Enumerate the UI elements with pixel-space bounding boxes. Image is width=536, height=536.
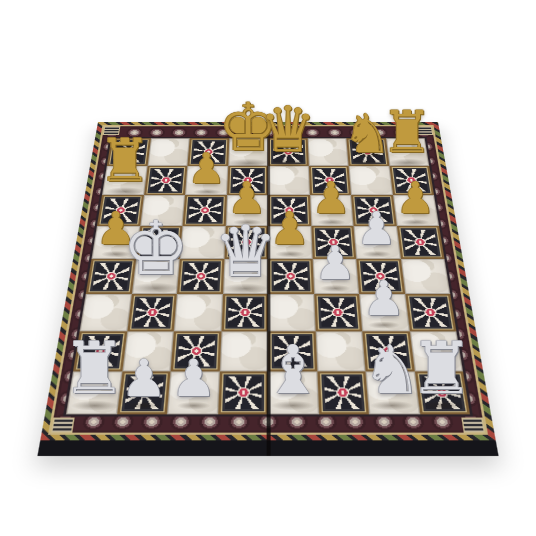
square-b8[interactable] <box>147 138 190 166</box>
corner-ornament <box>51 418 75 433</box>
chess-piece-glyph: ♟ <box>362 276 405 322</box>
square-b3[interactable] <box>127 294 177 331</box>
square-f3[interactable] <box>314 294 363 331</box>
square-d1[interactable] <box>217 371 268 414</box>
piece-silver-pawn-f4[interactable]: ♟ <box>314 241 356 285</box>
chess-piece-glyph: ♜ <box>98 132 151 188</box>
piece-silver-pawn-b1[interactable]: ♟ <box>121 354 167 403</box>
square-e7[interactable] <box>268 166 309 195</box>
chess-piece-glyph: ♛ <box>260 100 316 160</box>
piece-gold-pawn-c7[interactable]: ♟ <box>188 148 226 188</box>
piece-silver-pawn-c1[interactable]: ♟ <box>170 354 216 403</box>
chess-piece-glyph: ♟ <box>314 241 356 285</box>
chess-piece-glyph: ♟ <box>188 148 226 188</box>
chess-piece-glyph: ♟ <box>312 177 351 219</box>
chess-piece-glyph: ♜ <box>409 334 474 403</box>
piece-silver-rook-a1[interactable]: ♜ <box>62 334 127 403</box>
square-h5[interactable] <box>396 226 444 259</box>
chess-piece-glyph: ♟ <box>356 208 396 251</box>
chess-piece-glyph: ♝ <box>263 339 323 403</box>
piece-silver-king-b4[interactable]: ♚ <box>123 215 190 286</box>
square-d2[interactable] <box>219 331 268 371</box>
chess-piece-glyph: ♛ <box>214 218 278 285</box>
piece-gold-rook-h8[interactable]: ♜ <box>381 105 433 160</box>
piece-silver-bishop-e1[interactable]: ♝ <box>263 339 323 403</box>
piece-silver-pawn-g5[interactable]: ♟ <box>356 208 396 251</box>
square-e3[interactable] <box>268 294 315 331</box>
piece-gold-queen-e8[interactable]: ♛ <box>260 100 316 160</box>
chess-piece-glyph: ♜ <box>62 334 127 403</box>
piece-gold-rook-a7[interactable]: ♜ <box>98 132 151 188</box>
chess-piece-glyph: ♟ <box>170 354 216 403</box>
piece-gold-pawn-h6[interactable]: ♟ <box>396 177 435 219</box>
square-d3[interactable] <box>221 294 268 331</box>
photo-scene: ♚♛♞♜♜♟♟♟♟♟♟♟♚♛♟♟♜♟♟♝♞♜ <box>0 0 536 536</box>
piece-silver-queen-d4[interactable]: ♛ <box>214 218 278 285</box>
chess-piece-glyph: ♚ <box>123 215 190 286</box>
piece-gold-pawn-f6[interactable]: ♟ <box>312 177 351 219</box>
corner-ornament <box>461 418 485 433</box>
chess-piece-glyph: ♟ <box>396 177 435 219</box>
chess-piece-glyph: ♟ <box>121 354 167 403</box>
square-h4[interactable] <box>400 259 450 294</box>
chess-piece-glyph: ♜ <box>381 105 433 160</box>
piece-silver-rook-h1[interactable]: ♜ <box>409 334 474 403</box>
piece-silver-pawn-g3[interactable]: ♟ <box>362 276 405 322</box>
square-c3[interactable] <box>174 294 223 331</box>
square-g7[interactable] <box>349 166 393 195</box>
